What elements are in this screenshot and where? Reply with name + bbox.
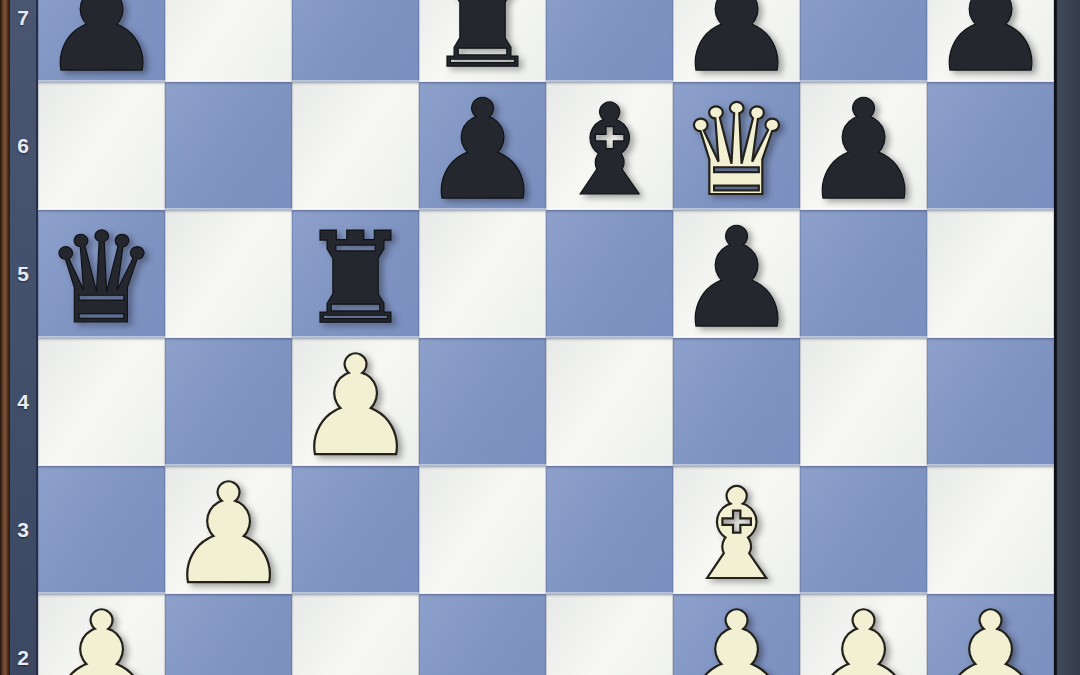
square-b7[interactable]: [165, 0, 292, 82]
square-d5[interactable]: [419, 210, 546, 338]
chess-app-window: 765432 ♟♜♟♟♟♝♛♟♛♜♟♟♟♝♟♟♟♟: [0, 0, 1080, 675]
square-g4[interactable]: [800, 338, 927, 466]
black-bishop-e6[interactable]: ♝: [553, 88, 666, 214]
square-e7[interactable]: [546, 0, 673, 82]
square-b6[interactable]: [165, 82, 292, 210]
square-d2[interactable]: [419, 594, 546, 675]
square-f2[interactable]: ♟: [673, 594, 800, 675]
square-h7[interactable]: ♟: [927, 0, 1054, 82]
white-pawn-f2[interactable]: ♟: [675, 594, 799, 675]
square-f3[interactable]: ♝: [673, 466, 800, 594]
black-rook-c5[interactable]: ♜: [299, 216, 412, 342]
black-pawn-g6[interactable]: ♟: [802, 82, 926, 220]
square-c3[interactable]: [292, 466, 419, 594]
rank-coordinates-strip: 765432: [10, 0, 38, 675]
black-pawn-f5[interactable]: ♟: [675, 210, 799, 348]
white-pawn-a2[interactable]: ♟: [40, 594, 164, 675]
square-c2[interactable]: [292, 594, 419, 675]
square-c6[interactable]: [292, 82, 419, 210]
square-e4[interactable]: [546, 338, 673, 466]
rank-label-5: 5: [10, 262, 36, 286]
square-d4[interactable]: [419, 338, 546, 466]
square-c7[interactable]: [292, 0, 419, 82]
square-g6[interactable]: ♟: [800, 82, 927, 210]
rank-label-6: 6: [10, 134, 36, 158]
chess-board: ♟♜♟♟♟♝♛♟♛♜♟♟♟♝♟♟♟♟: [38, 0, 1054, 675]
square-g3[interactable]: [800, 466, 927, 594]
white-bishop-f3[interactable]: ♝: [680, 472, 793, 598]
square-e5[interactable]: [546, 210, 673, 338]
square-a5[interactable]: ♛: [38, 210, 165, 338]
square-c5[interactable]: ♜: [292, 210, 419, 338]
square-f4[interactable]: [673, 338, 800, 466]
square-b5[interactable]: [165, 210, 292, 338]
square-h3[interactable]: [927, 466, 1054, 594]
square-f7[interactable]: ♟: [673, 0, 800, 82]
square-b2[interactable]: [165, 594, 292, 675]
square-f6[interactable]: ♛: [673, 82, 800, 210]
wood-frame-border: [0, 0, 10, 675]
rank-label-2: 2: [10, 646, 36, 670]
square-e3[interactable]: [546, 466, 673, 594]
square-f5[interactable]: ♟: [673, 210, 800, 338]
white-pawn-h2[interactable]: ♟: [929, 594, 1053, 675]
square-e2[interactable]: [546, 594, 673, 675]
square-a6[interactable]: [38, 82, 165, 210]
square-d3[interactable]: [419, 466, 546, 594]
white-queen-f6[interactable]: ♛: [680, 88, 793, 214]
black-pawn-d6[interactable]: ♟: [421, 82, 545, 220]
square-h5[interactable]: [927, 210, 1054, 338]
square-h4[interactable]: [927, 338, 1054, 466]
rank-label-7: 7: [10, 6, 36, 30]
white-pawn-b3[interactable]: ♟: [167, 466, 291, 604]
right-frame-border: [1054, 0, 1080, 675]
square-e6[interactable]: ♝: [546, 82, 673, 210]
rank-label-3: 3: [10, 518, 36, 542]
square-g5[interactable]: [800, 210, 927, 338]
white-pawn-g2[interactable]: ♟: [802, 594, 926, 675]
square-a4[interactable]: [38, 338, 165, 466]
black-queen-a5[interactable]: ♛: [45, 216, 158, 342]
square-d6[interactable]: ♟: [419, 82, 546, 210]
square-a7[interactable]: ♟: [38, 0, 165, 82]
square-h6[interactable]: [927, 82, 1054, 210]
white-pawn-c4[interactable]: ♟: [294, 338, 418, 476]
rank-label-4: 4: [10, 390, 36, 414]
square-h2[interactable]: ♟: [927, 594, 1054, 675]
square-a3[interactable]: [38, 466, 165, 594]
square-a2[interactable]: ♟: [38, 594, 165, 675]
black-pawn-h7[interactable]: ♟: [929, 0, 1053, 92]
square-c4[interactable]: ♟: [292, 338, 419, 466]
square-g2[interactable]: ♟: [800, 594, 927, 675]
square-b4[interactable]: [165, 338, 292, 466]
square-b3[interactable]: ♟: [165, 466, 292, 594]
black-pawn-a7[interactable]: ♟: [40, 0, 164, 92]
